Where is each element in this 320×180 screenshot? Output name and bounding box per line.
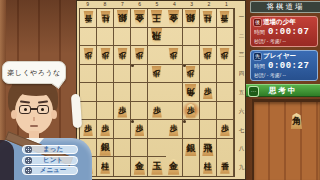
- right-sidebar: 将棋道場 後 道場の少年 時間 0:00:07 秒読/ - 考慮/ -- 先 プ…: [246, 0, 320, 180]
- shogi-piece: 金: [167, 159, 180, 175]
- shogi-piece: 玉: [150, 159, 163, 175]
- square-5-1[interactable]: 王: [148, 9, 165, 28]
- shogi-piece: 歩: [83, 48, 94, 62]
- square-6-4[interactable]: [131, 65, 148, 84]
- shogi-piece: 歩: [219, 48, 230, 62]
- square-7-3[interactable]: 歩: [114, 46, 131, 65]
- square-1-4[interactable]: [217, 65, 234, 84]
- square-6-9[interactable]: 金: [131, 157, 148, 176]
- thinking-status-bar: … 思考中: [246, 84, 320, 97]
- shogi-piece: 歩: [117, 48, 128, 62]
- shogi-piece: 桂: [100, 11, 111, 25]
- character-mouth: [30, 125, 38, 127]
- mode-title: 将棋道場: [250, 1, 320, 13]
- shogi-piece: 歩: [202, 85, 213, 99]
- shogi-piece: 香: [219, 160, 230, 174]
- shogi-piece: 歩: [100, 122, 111, 136]
- file-label: 1: [218, 1, 235, 8]
- square-8-2[interactable]: [97, 28, 114, 47]
- shogi-piece: 金: [133, 10, 146, 26]
- file-label: 2: [200, 1, 217, 8]
- square-6-5[interactable]: [131, 83, 148, 102]
- thinking-spinner-icon: …: [249, 87, 258, 96]
- opponent-counters: 秒読/ - 考慮/ --: [254, 38, 314, 45]
- square-2-7[interactable]: [200, 120, 217, 139]
- shogi-piece: 歩: [100, 48, 111, 62]
- square-6-2[interactable]: [131, 28, 148, 47]
- square-6-3[interactable]: 歩: [131, 46, 148, 65]
- square-9-2[interactable]: [80, 28, 97, 47]
- hint-button[interactable]: ヒント: [22, 156, 78, 165]
- file-label: 7: [114, 1, 131, 8]
- shogi-piece: 桂: [202, 160, 213, 174]
- square-3-5[interactable]: 角: [183, 83, 200, 102]
- speech-bubble: 楽しくやろうな: [2, 61, 66, 84]
- square-3-1[interactable]: 銀: [183, 9, 200, 28]
- foreground-silhouette: [0, 140, 14, 180]
- file-label: 4: [166, 1, 183, 8]
- square-5-3[interactable]: [148, 46, 165, 65]
- file-label: 5: [148, 1, 165, 8]
- square-2-9[interactable]: 桂: [200, 157, 217, 176]
- file-label: 9: [79, 1, 96, 8]
- opponent-time: 0:00:07: [268, 27, 309, 37]
- character-ear: [51, 110, 57, 119]
- player-time: 0:00:27: [268, 61, 309, 71]
- shogi-piece: 角: [184, 84, 197, 100]
- square-5-2[interactable]: 飛: [148, 28, 165, 47]
- character-ear: [11, 110, 17, 119]
- square-5-4[interactable]: 歩: [148, 65, 165, 84]
- shogi-piece: 桂: [202, 11, 213, 25]
- player-name: プレイヤー: [263, 52, 296, 61]
- shogi-piece: 歩: [151, 104, 162, 118]
- shogi-piece: 桂: [100, 160, 111, 174]
- square-7-4[interactable]: [114, 65, 131, 84]
- square-5-9[interactable]: 玉: [148, 157, 165, 176]
- shogi-piece: 歩: [168, 48, 179, 62]
- shogi-piece: 金: [167, 10, 180, 26]
- square-4-2[interactable]: [166, 28, 183, 47]
- board-grid: 香桂銀金王金銀桂香飛歩歩歩歩歩歩歩歩歩角歩歩歩歩歩歩歩歩歩銀銀飛香桂金玉金桂香: [79, 8, 235, 177]
- square-8-1[interactable]: 桂: [97, 9, 114, 28]
- shogi-piece: 歩: [151, 66, 162, 80]
- square-4-9[interactable]: 金: [166, 157, 183, 176]
- shogi-piece: 香: [83, 11, 94, 25]
- shogi-piece: 銀: [116, 10, 129, 26]
- shogi-piece: 銀: [184, 140, 197, 156]
- square-4-8[interactable]: [166, 139, 183, 158]
- square-4-5[interactable]: [166, 83, 183, 102]
- gamepad-button-icon: [25, 167, 32, 174]
- opponent-time-label: 時間: [254, 29, 265, 36]
- square-2-2[interactable]: [200, 28, 217, 47]
- square-9-1[interactable]: 香: [80, 9, 97, 28]
- square-4-3[interactable]: 歩: [166, 46, 183, 65]
- shogi-piece: 銀: [99, 140, 112, 156]
- square-7-8[interactable]: [114, 139, 131, 158]
- gamepad-button-icon: [25, 157, 32, 164]
- file-label: 3: [183, 1, 200, 8]
- shogi-board: 987654321 一二三四五六七八九 香桂銀金王金銀桂香飛歩歩歩歩歩歩歩歩歩角…: [76, 0, 246, 180]
- shogi-piece-in-hand[interactable]: 角: [290, 113, 303, 129]
- shogi-piece: 歩: [219, 122, 230, 136]
- file-label: 8: [96, 1, 113, 8]
- undo-button[interactable]: まった: [22, 145, 78, 154]
- menu-button[interactable]: メニュー: [22, 166, 78, 175]
- square-7-5[interactable]: [114, 83, 131, 102]
- square-2-1[interactable]: 桂: [200, 9, 217, 28]
- square-7-9[interactable]: [114, 157, 131, 176]
- square-1-9[interactable]: 香: [217, 157, 234, 176]
- square-1-7[interactable]: 歩: [217, 120, 234, 139]
- square-5-5[interactable]: [148, 83, 165, 102]
- square-5-7[interactable]: [148, 120, 165, 139]
- square-7-6[interactable]: 歩: [114, 102, 131, 121]
- shogi-piece: 王: [150, 10, 163, 26]
- sente-badge: 先: [254, 53, 261, 60]
- shogi-piece: 歩: [185, 66, 196, 80]
- shogi-piece: 歩: [168, 122, 179, 136]
- shogi-piece: 歩: [117, 104, 128, 118]
- square-4-1[interactable]: 金: [166, 9, 183, 28]
- square-7-1[interactable]: 銀: [114, 9, 131, 28]
- file-label: 6: [131, 1, 148, 8]
- square-3-2[interactable]: [183, 28, 200, 47]
- shogi-game-screen: 987654321 一二三四五六七八九 香桂銀金王金銀桂香飛歩歩歩歩歩歩歩歩歩角…: [0, 0, 320, 180]
- shogi-piece: 銀: [184, 10, 197, 26]
- square-4-7[interactable]: 歩: [166, 120, 183, 139]
- player-time-label: 時間: [254, 63, 265, 70]
- captured-piece-slot[interactable]: 角: [290, 113, 303, 129]
- square-1-2[interactable]: [217, 28, 234, 47]
- character-nose: [33, 117, 35, 121]
- character-eye: [41, 108, 44, 111]
- square-3-7[interactable]: [183, 120, 200, 139]
- square-5-8[interactable]: [148, 139, 165, 158]
- square-1-6[interactable]: [217, 102, 234, 121]
- player-counters: 秒読/ - 考慮/ --: [254, 72, 314, 79]
- speech-bubble-text: 楽しくやろうな: [7, 68, 60, 78]
- square-3-8[interactable]: 銀: [183, 139, 200, 158]
- shogi-piece: 金: [133, 159, 146, 175]
- shogi-piece: 歩: [134, 48, 145, 62]
- square-1-5[interactable]: [217, 83, 234, 102]
- gamepad-button-icon: [25, 146, 32, 153]
- shogi-piece: 飛: [201, 140, 214, 156]
- shogi-piece: 歩: [134, 122, 145, 136]
- character-eye: [24, 108, 27, 111]
- shogi-piece: 歩: [202, 48, 213, 62]
- opponent-panel: 後 道場の少年 時間 0:00:07 秒読/ - 考慮/ --: [250, 16, 318, 47]
- square-6-8[interactable]: [131, 139, 148, 158]
- square-2-8[interactable]: 飛: [200, 139, 217, 158]
- square-4-4[interactable]: [166, 65, 183, 84]
- shogi-piece: 飛: [150, 28, 163, 44]
- glasses-bridge: [31, 108, 37, 110]
- square-2-4[interactable]: [200, 65, 217, 84]
- square-1-8[interactable]: [217, 139, 234, 158]
- square-2-3[interactable]: 歩: [200, 46, 217, 65]
- square-9-3[interactable]: 歩: [80, 46, 97, 65]
- shogi-piece: 香: [219, 11, 230, 25]
- square-7-7[interactable]: [114, 120, 131, 139]
- square-3-3[interactable]: [183, 46, 200, 65]
- shogi-piece: 歩: [185, 104, 196, 118]
- opponent-name: 道場の少年: [263, 18, 296, 27]
- square-2-5[interactable]: 歩: [200, 83, 217, 102]
- square-8-3[interactable]: 歩: [97, 46, 114, 65]
- square-3-9[interactable]: [183, 157, 200, 176]
- action-button-column: まった ヒント メニュー: [22, 145, 78, 177]
- captured-pieces-tray: 角: [252, 99, 320, 180]
- thinking-status-text: 思考中: [269, 86, 298, 96]
- square-1-3[interactable]: 歩: [217, 46, 234, 65]
- square-7-2[interactable]: [114, 28, 131, 47]
- square-6-7[interactable]: 歩: [131, 120, 148, 139]
- gote-badge: 後: [254, 19, 261, 26]
- square-3-4[interactable]: 歩: [183, 65, 200, 84]
- square-6-1[interactable]: 金: [131, 9, 148, 28]
- player-panel: 先 プレイヤー 時間 0:00:27 秒読/ - 考慮/ --: [250, 50, 318, 81]
- square-1-1[interactable]: 香: [217, 9, 234, 28]
- file-coordinates: 987654321: [79, 1, 235, 8]
- square-6-6[interactable]: [131, 102, 148, 121]
- square-4-6[interactable]: [166, 102, 183, 121]
- square-3-6[interactable]: 歩: [183, 102, 200, 121]
- square-2-6[interactable]: [200, 102, 217, 121]
- square-5-6[interactable]: 歩: [148, 102, 165, 121]
